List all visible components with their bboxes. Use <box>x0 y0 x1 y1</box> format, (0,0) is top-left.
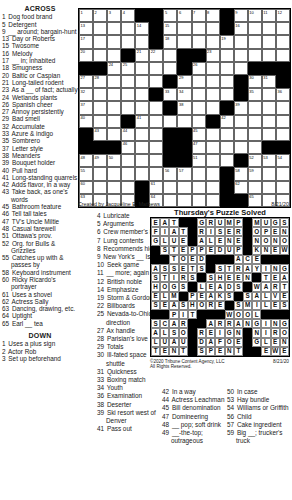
grid-cell[interactable] <box>192 22 206 35</box>
grid-cell[interactable]: 25 <box>121 62 135 75</box>
solution-cell: Y <box>252 264 261 273</box>
grid-cell[interactable]: 41 <box>135 115 149 128</box>
grid-cell[interactable]: 49 <box>93 154 107 167</box>
grid-cell[interactable]: 2 <box>93 9 107 22</box>
grid-cell[interactable] <box>276 22 290 35</box>
grid-cell[interactable]: 18 <box>163 35 177 48</box>
clue-number: 55 <box>2 254 10 261</box>
cell-number: 3 <box>109 10 111 15</box>
grid-cell[interactable] <box>248 181 262 194</box>
grid-cell[interactable] <box>220 49 234 62</box>
black-cell <box>163 128 177 141</box>
grid-cell[interactable]: 21 <box>135 49 149 62</box>
solution-letter: H <box>190 302 195 308</box>
clue-item: 48 __ pop; soft drink <box>162 421 226 429</box>
cell-number: 4 <box>123 10 125 15</box>
solution-black-cell <box>188 328 197 337</box>
solution-cell: A <box>169 319 178 328</box>
grid-cell[interactable]: 44 <box>121 128 135 141</box>
grid-cell[interactable] <box>276 128 290 141</box>
solution-letter: E <box>282 293 286 299</box>
grid-cell[interactable] <box>177 194 191 207</box>
cell-number: 21 <box>137 49 141 54</box>
grid-cell[interactable]: 14 <box>135 22 149 35</box>
grid-cell[interactable]: 51 <box>192 154 206 167</box>
grid-cell[interactable] <box>107 49 121 62</box>
solution-cell: S <box>151 273 160 282</box>
solution-black-cell <box>252 273 261 282</box>
grid-cell[interactable]: 48 <box>79 154 93 167</box>
grid-cell[interactable] <box>163 62 177 75</box>
grid-cell[interactable]: 54 <box>276 154 290 167</box>
solution-black-cell <box>188 227 197 236</box>
grid-cell[interactable]: 56 <box>163 167 177 180</box>
grid-cell[interactable]: 12 <box>276 9 290 22</box>
grid-cell[interactable]: 45 <box>192 128 206 141</box>
clue-number: 12 <box>97 278 105 285</box>
clue-item: 57 Cake ingredient <box>227 421 291 429</box>
solution-cell: G <box>280 319 289 328</box>
grid-cell[interactable] <box>206 194 220 207</box>
grid-cell[interactable] <box>135 88 149 101</box>
solution-black-cell <box>188 236 197 245</box>
solution-black-cell <box>188 347 197 356</box>
cell-number: 25 <box>123 62 127 67</box>
grid-cell[interactable] <box>93 22 107 35</box>
grid-cell[interactable] <box>93 49 107 62</box>
grid-cell[interactable] <box>220 88 234 101</box>
solution-letter: S <box>153 275 157 281</box>
cell-number: 53 <box>263 155 267 160</box>
grid-cell[interactable]: 38 <box>177 101 191 114</box>
clue-number: 54 <box>227 404 235 411</box>
grid-cell[interactable] <box>206 35 220 48</box>
solution-letter: C <box>245 256 250 262</box>
solution-cell: T <box>169 246 178 255</box>
solution-letter: E <box>163 348 167 354</box>
grid-cell[interactable] <box>93 167 107 180</box>
solution-cell: D <box>215 246 224 255</box>
grid-cell[interactable]: 5 <box>163 9 177 22</box>
grid-cell[interactable] <box>192 115 206 128</box>
grid-cell[interactable] <box>177 22 191 35</box>
grid-cell[interactable] <box>248 35 262 48</box>
grid-cell[interactable] <box>248 128 262 141</box>
solution-letter: N <box>236 330 241 336</box>
solution-letter: A <box>209 321 214 327</box>
solution-cell: E <box>261 347 270 356</box>
grid-cell[interactable]: 61 <box>149 181 163 194</box>
grid-cell[interactable] <box>192 181 206 194</box>
solution-cell: L <box>261 338 270 347</box>
grid-cell[interactable]: 20 <box>79 49 93 62</box>
solution-cell: V <box>271 292 280 301</box>
solution-letter: H <box>218 275 223 281</box>
solution-letter: U <box>264 220 269 226</box>
cell-number: 10 <box>249 10 253 15</box>
grid-cell[interactable]: 15 <box>163 22 177 35</box>
grid-cell[interactable]: 19 <box>220 35 234 48</box>
grid-cell[interactable] <box>93 88 107 101</box>
grid-cell[interactable]: 62 <box>234 181 248 194</box>
grid-cell[interactable] <box>262 35 276 48</box>
solution-letter: I <box>265 266 267 272</box>
solution-letter: E <box>181 238 185 244</box>
grid-cell[interactable] <box>192 75 206 88</box>
grid-cell[interactable] <box>206 62 220 75</box>
grid-cell[interactable] <box>276 181 290 194</box>
solution-cell: T <box>234 347 243 356</box>
grid-cell[interactable] <box>149 101 163 114</box>
solution-cell: S <box>179 301 188 310</box>
solution-black-cell <box>271 255 280 264</box>
solution-letter: N <box>227 348 232 354</box>
grid-cell[interactable] <box>206 167 220 180</box>
grid-cell[interactable] <box>107 101 121 114</box>
solution-letter: A <box>245 266 250 272</box>
solution-cell: A <box>197 236 206 245</box>
grid-cell[interactable] <box>135 154 149 167</box>
grid-cell[interactable] <box>248 141 262 154</box>
solution-letter: A <box>209 293 214 299</box>
grid-cell[interactable] <box>206 101 220 114</box>
black-cell <box>276 62 290 75</box>
grid-cell[interactable]: 26 <box>192 62 206 75</box>
clue-item: 2 Actor Rob <box>2 348 78 355</box>
clue-number: 3 <box>2 355 7 362</box>
solution-letter: A <box>172 229 177 235</box>
grid-cell[interactable] <box>262 49 276 62</box>
solution-letter: S <box>172 330 176 336</box>
grid-cell[interactable] <box>149 167 163 180</box>
grid-cell[interactable]: 23 <box>206 49 220 62</box>
solution-cell: F <box>151 227 160 236</box>
grid-cell[interactable] <box>149 115 163 128</box>
grid-cell[interactable]: 57 <box>177 167 191 180</box>
clue-item: 62 Actress Sally <box>2 298 78 305</box>
grid-cell[interactable] <box>262 101 276 114</box>
grid-cell[interactable]: 42 <box>220 115 234 128</box>
grid-cell[interactable] <box>135 167 149 180</box>
grid-cell[interactable] <box>121 35 135 48</box>
solution-cell: T <box>151 347 160 356</box>
solution-letter: T <box>154 348 158 354</box>
solution-letter: O <box>282 330 287 336</box>
grid-cell[interactable]: 27 <box>79 75 93 88</box>
grid-cell[interactable]: 3 <box>107 9 121 22</box>
solution-letter: A <box>172 321 177 327</box>
grid-cell[interactable] <box>262 115 276 128</box>
black-cell <box>79 141 93 154</box>
grid-cell[interactable] <box>177 181 191 194</box>
grid-cell[interactable] <box>121 181 135 194</box>
grid-cell[interactable] <box>234 128 248 141</box>
grid-cell[interactable] <box>262 88 276 101</box>
grid-cell[interactable]: 35 <box>248 88 262 101</box>
grid-cell[interactable] <box>107 35 121 48</box>
grid-cell[interactable] <box>121 154 135 167</box>
grid-cell[interactable] <box>192 194 206 207</box>
grid-cell[interactable] <box>220 128 234 141</box>
cell-number: 63 <box>81 194 85 199</box>
clue-number: 31 <box>97 368 105 375</box>
grid-cell[interactable]: 13 <box>79 22 93 35</box>
grid-cell[interactable] <box>220 141 234 154</box>
clue-number: 39 <box>97 409 105 416</box>
grid-cell[interactable]: 29 <box>177 75 191 88</box>
grid-cell[interactable] <box>107 181 121 194</box>
grid-cell[interactable]: 46 <box>121 141 135 154</box>
grid-cell[interactable]: 55 <box>79 167 93 180</box>
grid-cell[interactable]: 40 <box>79 115 93 128</box>
clue-number: 42 <box>162 388 170 395</box>
solution-cell: G <box>280 264 289 273</box>
clue-number: 1 <box>2 340 7 347</box>
grid-cell[interactable]: 36 <box>276 88 290 101</box>
solution-letter: S <box>172 266 176 272</box>
grid-cell[interactable] <box>149 75 163 88</box>
grid-cell[interactable] <box>192 167 206 180</box>
grid-cell[interactable] <box>163 181 177 194</box>
grid-cell[interactable] <box>177 35 191 48</box>
grid-cell[interactable]: 30 <box>248 75 262 88</box>
grid-cell[interactable] <box>107 22 121 35</box>
solution-letter: T <box>282 284 286 290</box>
clue-number: 21 <box>2 79 10 86</box>
solution-cell: O <box>252 227 261 236</box>
grid-cell[interactable] <box>121 22 135 35</box>
solution-letter: R <box>181 275 186 281</box>
grid-cell[interactable]: 58 <box>234 167 248 180</box>
clue-number: 4 <box>97 212 102 219</box>
solution-letter: M <box>227 220 232 226</box>
grid-cell[interactable] <box>135 35 149 48</box>
grid-cell[interactable] <box>234 49 248 62</box>
cell-number: 34 <box>179 89 183 94</box>
grid-cell[interactable] <box>206 128 220 141</box>
grid-cell[interactable] <box>107 128 121 141</box>
clue-item: 26 Spanish cheer <box>2 101 78 108</box>
grid-cell[interactable] <box>262 22 276 35</box>
solution-black-cell <box>188 218 197 227</box>
grid-cell[interactable] <box>135 62 149 75</box>
grid-cell[interactable] <box>192 101 206 114</box>
clue-number: 1 <box>2 13 7 20</box>
black-cell <box>220 9 234 22</box>
solution-cell: S <box>169 328 178 337</box>
solution-cell: A <box>280 273 289 282</box>
grid-cell[interactable]: 39 <box>234 101 248 114</box>
grid-cell[interactable] <box>206 154 220 167</box>
solution-letter: S <box>245 293 249 299</box>
solution-letter: G <box>199 220 204 226</box>
grid-cell[interactable] <box>135 75 149 88</box>
down-clue-column-bottom-right: 50 In case53 Hay bundle54 Williams or Gr… <box>227 388 291 445</box>
grid-cell[interactable] <box>220 75 234 88</box>
grid-cell[interactable] <box>121 167 135 180</box>
grid-cell[interactable] <box>276 35 290 48</box>
grid-cell[interactable]: 43 <box>93 128 107 141</box>
solution-cell: E <box>206 246 215 255</box>
grid-cell[interactable]: 33 <box>163 88 177 101</box>
grid-cell[interactable]: 8 <box>206 9 220 22</box>
clue-number: 17 <box>2 57 10 64</box>
cell-number: 64 <box>151 194 155 199</box>
grid-cell[interactable] <box>262 181 276 194</box>
grid-cell[interactable] <box>206 75 220 88</box>
grid-cell[interactable] <box>163 194 177 207</box>
grid-cell[interactable] <box>206 141 220 154</box>
solution-cell: K <box>215 292 224 301</box>
down-clue-list-bottom-left: 42 In a way44 Actress Leachman45 Bill de… <box>162 388 226 445</box>
grid-cell[interactable] <box>234 141 248 154</box>
grid-cell[interactable]: 28 <box>93 75 107 88</box>
clue-number: 39 <box>2 159 10 166</box>
grid-cell[interactable]: 16 <box>234 22 248 35</box>
solution-letter: E <box>227 229 231 235</box>
grid-cell[interactable] <box>135 141 149 154</box>
grid-cell[interactable]: 50 <box>107 154 121 167</box>
grid-cell[interactable] <box>135 128 149 141</box>
solution-cell: G <box>271 218 280 227</box>
grid-cell[interactable] <box>248 49 262 62</box>
grid-cell[interactable]: 47 <box>192 141 206 154</box>
puzzle-grid[interactable]: 1234567891011121314151617181920212223242… <box>78 8 291 208</box>
grid-cell[interactable] <box>177 115 191 128</box>
clue-number: 34 <box>97 384 105 391</box>
solution-letter: E <box>255 256 259 262</box>
grid-cell[interactable]: 32 <box>79 88 93 101</box>
solution-letter: E <box>218 302 222 308</box>
grid-cell[interactable]: 60 <box>79 181 93 194</box>
grid-cell[interactable] <box>163 115 177 128</box>
solution-cell: H <box>215 273 224 282</box>
grid-cell[interactable] <box>192 88 206 101</box>
solution-cell: S <box>179 282 188 291</box>
solution-letter: P <box>172 312 176 318</box>
grid-cell[interactable] <box>135 101 149 114</box>
solution-letter: N <box>227 238 232 244</box>
grid-cell[interactable]: 6 <box>177 9 191 22</box>
solution-letter: A <box>199 238 204 244</box>
grid-cell[interactable] <box>234 35 248 48</box>
grid-cell[interactable] <box>121 75 135 88</box>
grid-cell[interactable] <box>276 167 290 180</box>
grid-cell[interactable]: 17 <box>79 35 93 48</box>
grid-cell[interactable] <box>276 115 290 128</box>
grid-cell[interactable]: 31 <box>262 75 276 88</box>
solution-letter: R <box>236 229 241 235</box>
grid-cell[interactable]: 34 <box>177 88 191 101</box>
grid-cell[interactable] <box>276 49 290 62</box>
grid-cell[interactable] <box>93 101 107 114</box>
grid-cell[interactable] <box>121 88 135 101</box>
clue-item: 49 __-the-top; outrageous <box>162 429 226 445</box>
grid-cell[interactable] <box>220 154 234 167</box>
grid-cell[interactable] <box>107 75 121 88</box>
clue-number: 11 <box>97 269 105 276</box>
solution-cell: E <box>160 301 169 310</box>
grid-cell[interactable] <box>107 88 121 101</box>
clue-number: 2 <box>2 348 7 355</box>
grid-cell[interactable]: 65 <box>248 194 262 207</box>
grid-cell[interactable] <box>206 22 220 35</box>
solution-black-cell <box>243 246 252 255</box>
grid-cell[interactable] <box>248 115 262 128</box>
solution-cell: L <box>252 310 261 319</box>
clue-item: 54 Williams or Griffith <box>227 404 291 412</box>
grid-cell[interactable] <box>206 88 220 101</box>
solution-cell: S <box>225 292 234 301</box>
solution-cell: U <box>261 218 270 227</box>
solution-letter: T <box>172 247 176 253</box>
solution-letter: E <box>153 220 157 226</box>
grid-cell[interactable]: 24 <box>107 62 121 75</box>
grid-cell[interactable] <box>149 128 163 141</box>
cell-number: 30 <box>249 75 253 80</box>
grid-cell[interactable]: 52 <box>248 154 262 167</box>
solution-letter: E <box>209 247 213 253</box>
grid-cell[interactable] <box>93 181 107 194</box>
solution-letter: U <box>218 220 223 226</box>
grid-cell[interactable] <box>206 181 220 194</box>
grid-cell[interactable] <box>220 62 234 75</box>
solution-letter: E <box>273 302 277 308</box>
cell-number: 23 <box>207 49 211 54</box>
black-cell <box>220 167 234 180</box>
grid-cell[interactable] <box>107 167 121 180</box>
grid-cell[interactable] <box>276 101 290 114</box>
solution-cell: U <box>179 338 188 347</box>
grid-cell[interactable] <box>262 167 276 180</box>
grid-cell[interactable] <box>234 62 248 75</box>
grid-cell[interactable] <box>248 101 262 114</box>
grid-cell[interactable] <box>149 141 163 154</box>
grid-cell[interactable]: 7 <box>192 9 206 22</box>
solution-cell: E <box>151 292 160 301</box>
solution-cell: H <box>188 301 197 310</box>
solution-letter: K <box>255 247 260 253</box>
solution-letter: E <box>190 256 194 262</box>
grid-cell[interactable]: 4 <box>121 9 135 22</box>
grid-cell[interactable] <box>107 115 121 128</box>
grid-cell[interactable] <box>192 35 206 48</box>
grid-cell[interactable] <box>234 115 248 128</box>
solution-black-cell <box>197 319 206 328</box>
clue-number: 20 <box>2 72 10 79</box>
grid-cell[interactable] <box>121 101 135 114</box>
clue-item: 44 Actress Leachman <box>162 396 226 404</box>
cell-number: 15 <box>165 23 169 28</box>
grid-cell[interactable]: 22 <box>149 49 163 62</box>
solution-letter: A <box>153 266 158 272</box>
grid-cell[interactable] <box>149 154 163 167</box>
grid-cell[interactable] <box>149 62 163 75</box>
grid-cell[interactable] <box>262 128 276 141</box>
grid-cell[interactable]: 9 <box>234 9 248 22</box>
grid-cell[interactable]: 59 <box>248 167 262 180</box>
grid-cell[interactable] <box>163 49 177 62</box>
grid-cell[interactable] <box>248 22 262 35</box>
grid-cell[interactable]: 1 <box>79 9 93 22</box>
grid-cell[interactable]: 10 <box>248 9 262 22</box>
grid-cell[interactable]: 37 <box>79 101 93 114</box>
grid-cell[interactable] <box>93 115 107 128</box>
grid-cell[interactable] <box>93 35 107 48</box>
grid-cell[interactable]: 11 <box>262 9 276 22</box>
grid-cell[interactable]: 53 <box>262 154 276 167</box>
clue-item: 59 Big __; trucker's truck <box>227 429 291 445</box>
